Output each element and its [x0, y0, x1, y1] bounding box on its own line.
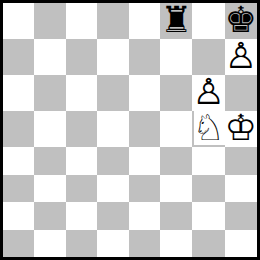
square-e7	[129, 39, 160, 75]
square-h1	[225, 230, 257, 258]
square-f4	[160, 147, 192, 175]
black-king: ♚	[225, 2, 257, 38]
square-h6	[225, 75, 257, 111]
square-h8: ♚	[225, 3, 257, 39]
square-e3	[129, 175, 160, 203]
white-pawn: ♙	[192, 74, 224, 110]
square-a4	[3, 147, 34, 175]
square-e1	[129, 230, 160, 258]
square-c5	[66, 111, 97, 147]
square-h3	[225, 175, 257, 203]
square-a1	[3, 230, 34, 258]
white-pawn: ♙	[225, 38, 257, 74]
square-e2	[129, 202, 160, 230]
square-a6	[3, 75, 34, 111]
square-e8	[129, 3, 160, 39]
square-b3	[34, 175, 65, 203]
square-d4	[97, 147, 128, 175]
square-h4	[225, 147, 257, 175]
square-a7	[3, 39, 34, 75]
white-knight: ♘	[192, 110, 224, 146]
square-f3	[160, 175, 192, 203]
square-f7	[160, 39, 192, 75]
square-a5	[3, 111, 34, 147]
square-b2	[34, 202, 65, 230]
chess-board: ♜♚♙♙♘♔	[0, 0, 260, 260]
square-e6	[129, 75, 160, 111]
square-g8	[192, 3, 224, 39]
square-g3	[192, 175, 224, 203]
square-a2	[3, 202, 34, 230]
white-king: ♔	[225, 110, 257, 146]
square-e4	[129, 147, 160, 175]
square-d3	[97, 175, 128, 203]
square-c2	[66, 202, 97, 230]
square-d7	[97, 39, 128, 75]
square-b6	[34, 75, 65, 111]
square-g4	[192, 147, 224, 175]
square-b8	[34, 3, 65, 39]
black-rook: ♜	[160, 2, 192, 38]
square-c6	[66, 75, 97, 111]
square-c8	[66, 3, 97, 39]
square-d6	[97, 75, 128, 111]
square-c7	[66, 39, 97, 75]
square-f8: ♜	[160, 3, 192, 39]
square-a8	[3, 3, 34, 39]
square-f5	[160, 111, 192, 147]
square-f1	[160, 230, 192, 258]
square-b1	[34, 230, 65, 258]
square-f6	[160, 75, 192, 111]
square-d5	[97, 111, 128, 147]
square-h2	[225, 202, 257, 230]
square-b4	[34, 147, 65, 175]
square-a3	[3, 175, 34, 203]
square-c1	[66, 230, 97, 258]
square-b7	[34, 39, 65, 75]
square-c4	[66, 147, 97, 175]
square-g7	[192, 39, 224, 75]
square-g1	[192, 230, 224, 258]
square-g2	[192, 202, 224, 230]
square-h5: ♔	[225, 111, 257, 147]
square-g6: ♙	[192, 75, 224, 111]
square-d8	[97, 3, 128, 39]
square-d2	[97, 202, 128, 230]
square-d1	[97, 230, 128, 258]
square-g5: ♘	[192, 111, 224, 147]
square-e5	[129, 111, 160, 147]
square-b5	[34, 111, 65, 147]
board-grid: ♜♚♙♙♘♔	[3, 3, 257, 257]
square-f2	[160, 202, 192, 230]
square-c3	[66, 175, 97, 203]
square-h7: ♙	[225, 39, 257, 75]
